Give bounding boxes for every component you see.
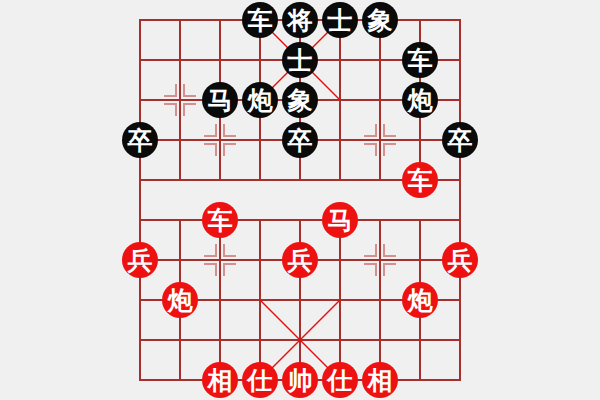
point-marker (364, 244, 396, 276)
piece-black-cannon[interactable]: 炮 (402, 82, 438, 118)
piece-black-elephant[interactable]: 象 (282, 82, 318, 118)
piece-red-chariot[interactable]: 车 (402, 162, 438, 198)
piece-red-elephant[interactable]: 相 (202, 362, 238, 398)
piece-red-soldier[interactable]: 兵 (442, 242, 478, 278)
piece-black-horse[interactable]: 马 (202, 82, 238, 118)
point-marker-bracket (204, 143, 217, 156)
point-marker-bracket (364, 124, 377, 137)
point-marker-bracket (183, 103, 196, 116)
point-marker-bracket (204, 124, 217, 137)
point-marker-bracket (383, 124, 396, 137)
piece-red-elephant[interactable]: 相 (362, 362, 398, 398)
piece-black-chariot[interactable]: 车 (242, 2, 278, 38)
point-marker-bracket (164, 103, 177, 116)
point-marker-bracket (364, 263, 377, 276)
piece-black-soldier[interactable]: 卒 (442, 122, 478, 158)
piece-red-chariot[interactable]: 车 (202, 202, 238, 238)
piece-black-soldier[interactable]: 卒 (122, 122, 158, 158)
xiangqi-board: 车将士象士车马炮象炮卒卒卒车车马兵兵兵炮炮相仕帅仕相 (0, 0, 600, 400)
point-marker-bracket (183, 84, 196, 97)
point-marker-bracket (364, 244, 377, 257)
piece-black-soldier[interactable]: 卒 (282, 122, 318, 158)
piece-red-cannon[interactable]: 炮 (402, 282, 438, 318)
piece-red-general[interactable]: 帅 (282, 362, 318, 398)
piece-red-horse[interactable]: 马 (322, 202, 358, 238)
piece-red-soldier[interactable]: 兵 (122, 242, 158, 278)
piece-black-elephant[interactable]: 象 (362, 2, 398, 38)
point-marker (364, 124, 396, 156)
piece-black-cannon[interactable]: 炮 (242, 82, 278, 118)
piece-red-soldier[interactable]: 兵 (282, 242, 318, 278)
point-marker-bracket (204, 263, 217, 276)
point-marker-bracket (223, 124, 236, 137)
point-marker-bracket (364, 143, 377, 156)
point-marker-bracket (164, 84, 177, 97)
point-marker-bracket (223, 244, 236, 257)
piece-black-chariot[interactable]: 车 (402, 42, 438, 78)
piece-black-general[interactable]: 将 (282, 2, 318, 38)
point-marker-bracket (383, 263, 396, 276)
piece-black-advisor[interactable]: 士 (282, 42, 318, 78)
point-marker-bracket (383, 244, 396, 257)
point-marker-bracket (204, 244, 217, 257)
piece-red-advisor[interactable]: 仕 (322, 362, 358, 398)
point-marker (164, 84, 196, 116)
point-marker-bracket (383, 143, 396, 156)
point-marker-bracket (223, 143, 236, 156)
piece-black-advisor[interactable]: 士 (322, 2, 358, 38)
point-marker-bracket (223, 263, 236, 276)
piece-red-advisor[interactable]: 仕 (242, 362, 278, 398)
point-marker (204, 244, 236, 276)
piece-red-cannon[interactable]: 炮 (162, 282, 198, 318)
point-marker (204, 124, 236, 156)
